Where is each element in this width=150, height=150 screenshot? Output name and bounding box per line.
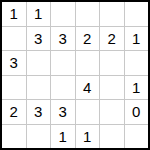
puzzle-board: 1133221341233011 <box>0 0 150 150</box>
cell-r1c2: 1 <box>27 2 51 26</box>
cell-r1c4[interactable] <box>76 2 100 26</box>
cell-r6c3: 1 <box>51 125 75 149</box>
cell-r2c6: 1 <box>125 27 149 51</box>
cell-r5c6: 0 <box>125 100 149 124</box>
cell-r2c2: 3 <box>27 27 51 51</box>
cell-r2c1[interactable] <box>2 27 26 51</box>
cell-r3c5[interactable] <box>100 51 124 75</box>
cell-r5c1: 2 <box>2 100 26 124</box>
cell-r1c5[interactable] <box>100 2 124 26</box>
cell-r6c4: 1 <box>76 125 100 149</box>
cell-r4c1[interactable] <box>2 76 26 100</box>
cell-r4c4: 4 <box>76 76 100 100</box>
cell-r3c4[interactable] <box>76 51 100 75</box>
cell-r4c2[interactable] <box>27 76 51 100</box>
cell-r3c6[interactable] <box>125 51 149 75</box>
cell-r4c5[interactable] <box>100 76 124 100</box>
cell-r4c6: 1 <box>125 76 149 100</box>
cell-r1c1: 1 <box>2 2 26 26</box>
cell-r5c5[interactable] <box>100 100 124 124</box>
cell-r2c4: 2 <box>76 27 100 51</box>
cell-r6c1[interactable] <box>2 125 26 149</box>
cell-r3c3[interactable] <box>51 51 75 75</box>
cell-r6c5[interactable] <box>100 125 124 149</box>
cell-r4c3[interactable] <box>51 76 75 100</box>
cell-r3c1: 3 <box>2 51 26 75</box>
cell-r5c2: 3 <box>27 100 51 124</box>
cell-r5c3: 3 <box>51 100 75 124</box>
cell-r6c2[interactable] <box>27 125 51 149</box>
cell-r1c3[interactable] <box>51 2 75 26</box>
cell-r2c5: 2 <box>100 27 124 51</box>
cell-r2c3: 3 <box>51 27 75 51</box>
cell-r5c4[interactable] <box>76 100 100 124</box>
cell-r1c6[interactable] <box>125 2 149 26</box>
cell-r6c6[interactable] <box>125 125 149 149</box>
cell-r3c2[interactable] <box>27 51 51 75</box>
